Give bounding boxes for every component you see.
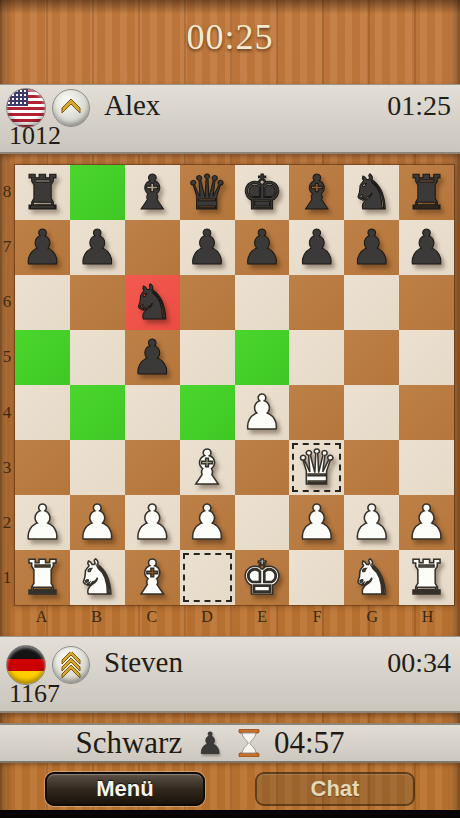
square-h8[interactable]: ♜ bbox=[399, 165, 454, 220]
square-g3[interactable] bbox=[344, 440, 399, 495]
file-label-A: A bbox=[14, 606, 69, 628]
piece-black-rook: ♜ bbox=[21, 165, 64, 220]
chess-board: ♜♝♛♚♝♞♜♟♟♟♟♟♟♟♞♟♟♝♛♟♟♟♟♟♟♟♜♞♝♚♞♜ bbox=[14, 164, 455, 606]
square-c2[interactable]: ♟ bbox=[125, 495, 180, 550]
piece-white-pawn: ♟ bbox=[76, 495, 119, 550]
piece-white-pawn: ♟ bbox=[240, 385, 283, 440]
rank-label-4: 4 bbox=[0, 385, 14, 440]
piece-white-pawn: ♟ bbox=[295, 495, 338, 550]
square-f2[interactable]: ♟ bbox=[289, 495, 344, 550]
square-a5[interactable] bbox=[15, 330, 70, 385]
square-e2[interactable] bbox=[235, 495, 290, 550]
square-g2[interactable]: ♟ bbox=[344, 495, 399, 550]
piece-white-pawn: ♟ bbox=[186, 495, 229, 550]
square-g4[interactable] bbox=[344, 385, 399, 440]
piece-black-pawn: ♟ bbox=[186, 220, 229, 275]
square-f5[interactable] bbox=[289, 330, 344, 385]
square-b1[interactable]: ♞ bbox=[70, 550, 125, 605]
square-f3[interactable]: ♛ bbox=[289, 440, 344, 495]
piece-black-pawn: ♟ bbox=[405, 220, 448, 275]
piece-black-pawn: ♟ bbox=[131, 330, 174, 385]
square-g7[interactable]: ♟ bbox=[344, 220, 399, 275]
square-e8[interactable]: ♚ bbox=[235, 165, 290, 220]
square-d5[interactable] bbox=[180, 330, 235, 385]
square-g1[interactable]: ♞ bbox=[344, 550, 399, 605]
square-a1[interactable]: ♜ bbox=[15, 550, 70, 605]
square-b2[interactable]: ♟ bbox=[70, 495, 125, 550]
square-h1[interactable]: ♜ bbox=[399, 550, 454, 605]
square-g6[interactable] bbox=[344, 275, 399, 330]
square-c7[interactable] bbox=[125, 220, 180, 275]
square-f8[interactable]: ♝ bbox=[289, 165, 344, 220]
menu-button[interactable]: Menü bbox=[45, 772, 205, 806]
file-label-E: E bbox=[235, 606, 290, 628]
piece-black-pawn: ♟ bbox=[350, 220, 393, 275]
turn-status-bar: Schwarz ♟ 04:57 bbox=[0, 723, 460, 763]
rank-label-1: 1 bbox=[0, 551, 14, 606]
square-b8[interactable] bbox=[70, 165, 125, 220]
piece-black-king: ♚ bbox=[240, 165, 283, 220]
square-c4[interactable] bbox=[125, 385, 180, 440]
player-name: Steven bbox=[104, 646, 183, 679]
game-clock: 00:25 bbox=[0, 16, 460, 58]
piece-black-bishop: ♝ bbox=[131, 165, 174, 220]
rank-labels: 87654321 bbox=[0, 164, 14, 606]
file-label-B: B bbox=[69, 606, 124, 628]
square-c6[interactable]: ♞ bbox=[125, 275, 180, 330]
square-b6[interactable] bbox=[70, 275, 125, 330]
piece-black-rook: ♜ bbox=[405, 165, 448, 220]
square-d2[interactable]: ♟ bbox=[180, 495, 235, 550]
player-clock: 00:34 bbox=[387, 647, 451, 679]
rank-label-3: 3 bbox=[0, 440, 14, 495]
square-e4[interactable]: ♟ bbox=[235, 385, 290, 440]
piece-white-bishop: ♝ bbox=[131, 550, 174, 605]
piece-black-queen: ♛ bbox=[186, 165, 229, 220]
square-h2[interactable]: ♟ bbox=[399, 495, 454, 550]
file-labels: ABCDEFGH bbox=[14, 606, 455, 628]
square-d1[interactable] bbox=[180, 550, 235, 605]
square-a2[interactable]: ♟ bbox=[15, 495, 70, 550]
square-c3[interactable] bbox=[125, 440, 180, 495]
square-d4[interactable] bbox=[180, 385, 235, 440]
opponent-name: Alex bbox=[104, 89, 160, 122]
square-h6[interactable] bbox=[399, 275, 454, 330]
square-f6[interactable] bbox=[289, 275, 344, 330]
rank-label-8: 8 bbox=[0, 164, 14, 219]
piece-white-queen: ♛ bbox=[295, 440, 338, 495]
square-e6[interactable] bbox=[235, 275, 290, 330]
file-label-D: D bbox=[179, 606, 234, 628]
square-b3[interactable] bbox=[70, 440, 125, 495]
square-h5[interactable] bbox=[399, 330, 454, 385]
piece-white-pawn: ♟ bbox=[405, 495, 448, 550]
piece-white-rook: ♜ bbox=[405, 550, 448, 605]
piece-black-bishop: ♝ bbox=[295, 165, 338, 220]
square-h3[interactable] bbox=[399, 440, 454, 495]
turn-label: Schwarz bbox=[75, 725, 182, 761]
square-a6[interactable] bbox=[15, 275, 70, 330]
square-b4[interactable] bbox=[70, 385, 125, 440]
square-d6[interactable] bbox=[180, 275, 235, 330]
square-a8[interactable]: ♜ bbox=[15, 165, 70, 220]
square-a7[interactable]: ♟ bbox=[15, 220, 70, 275]
piece-white-rook: ♜ bbox=[21, 550, 64, 605]
square-b5[interactable] bbox=[70, 330, 125, 385]
square-f1[interactable] bbox=[289, 550, 344, 605]
square-f4[interactable] bbox=[289, 385, 344, 440]
file-label-G: G bbox=[345, 606, 400, 628]
rank-label-5: 5 bbox=[0, 330, 14, 385]
chat-button[interactable]: Chat bbox=[255, 772, 415, 806]
square-g5[interactable] bbox=[344, 330, 399, 385]
square-e3[interactable] bbox=[235, 440, 290, 495]
piece-black-pawn: ♟ bbox=[21, 220, 64, 275]
square-d8[interactable]: ♛ bbox=[180, 165, 235, 220]
black-pawn-icon: ♟ bbox=[196, 725, 224, 761]
opponent-clock: 01:25 bbox=[387, 90, 451, 122]
square-a3[interactable] bbox=[15, 440, 70, 495]
file-label-F: F bbox=[290, 606, 345, 628]
hourglass-icon bbox=[238, 729, 260, 757]
square-g8[interactable]: ♞ bbox=[344, 165, 399, 220]
square-h7[interactable]: ♟ bbox=[399, 220, 454, 275]
piece-white-pawn: ♟ bbox=[131, 495, 174, 550]
piece-black-pawn: ♟ bbox=[76, 220, 119, 275]
rank-label-6: 6 bbox=[0, 275, 14, 330]
square-h4[interactable] bbox=[399, 385, 454, 440]
piece-black-knight: ♞ bbox=[350, 165, 393, 220]
square-e1[interactable]: ♚ bbox=[235, 550, 290, 605]
opponent-bar: Alex 01:25 1012 bbox=[0, 84, 460, 154]
square-a4[interactable] bbox=[15, 385, 70, 440]
square-e7[interactable]: ♟ bbox=[235, 220, 290, 275]
square-d7[interactable]: ♟ bbox=[180, 220, 235, 275]
player-bar: Steven 00:34 1167 bbox=[0, 636, 460, 713]
opponent-rating: 1012 bbox=[9, 121, 61, 151]
square-e5[interactable] bbox=[235, 330, 290, 385]
piece-white-pawn: ♟ bbox=[21, 495, 64, 550]
piece-white-bishop: ♝ bbox=[186, 440, 229, 495]
bottom-strip bbox=[0, 810, 460, 818]
piece-black-pawn: ♟ bbox=[295, 220, 338, 275]
piece-white-knight: ♞ bbox=[76, 550, 119, 605]
piece-white-knight: ♞ bbox=[350, 550, 393, 605]
rank-label-7: 7 bbox=[0, 219, 14, 274]
piece-black-knight: ♞ bbox=[131, 275, 174, 330]
square-c8[interactable]: ♝ bbox=[125, 165, 180, 220]
file-label-C: C bbox=[124, 606, 179, 628]
player-rating: 1167 bbox=[9, 679, 60, 709]
square-f7[interactable]: ♟ bbox=[289, 220, 344, 275]
move-timer: 04:57 bbox=[274, 725, 345, 761]
square-c5[interactable]: ♟ bbox=[125, 330, 180, 385]
piece-black-pawn: ♟ bbox=[240, 220, 283, 275]
square-d3[interactable]: ♝ bbox=[180, 440, 235, 495]
rank-label-2: 2 bbox=[0, 496, 14, 551]
file-label-H: H bbox=[400, 606, 455, 628]
piece-white-pawn: ♟ bbox=[350, 495, 393, 550]
piece-white-king: ♚ bbox=[240, 550, 283, 605]
square-c1[interactable]: ♝ bbox=[125, 550, 180, 605]
square-b7[interactable]: ♟ bbox=[70, 220, 125, 275]
